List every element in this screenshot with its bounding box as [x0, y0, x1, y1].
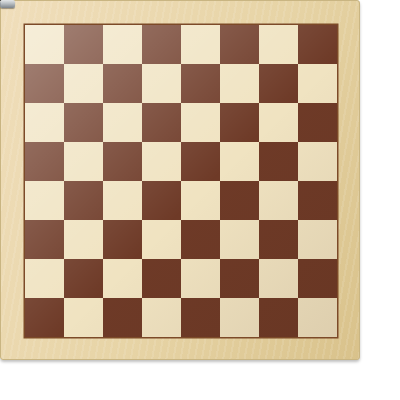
square-a3[interactable]	[298, 103, 337, 142]
square-d4[interactable]	[181, 142, 220, 181]
square-a5[interactable]	[298, 181, 337, 220]
square-c4[interactable]	[220, 142, 259, 181]
square-g2[interactable]	[64, 64, 103, 103]
square-e5[interactable]	[142, 181, 181, 220]
square-c6[interactable]	[220, 220, 259, 259]
square-a4[interactable]	[298, 142, 337, 181]
square-b3[interactable]	[259, 103, 298, 142]
square-f7[interactable]	[103, 259, 142, 298]
square-g4[interactable]	[64, 142, 103, 181]
square-f2[interactable]	[103, 64, 142, 103]
square-h6[interactable]	[25, 220, 64, 259]
square-a6[interactable]	[298, 220, 337, 259]
square-f5[interactable]	[103, 181, 142, 220]
square-e4[interactable]	[142, 142, 181, 181]
square-e2[interactable]	[142, 64, 181, 103]
square-g8[interactable]	[64, 298, 103, 337]
square-a2[interactable]	[298, 64, 337, 103]
chess-board	[0, 0, 360, 360]
square-d2[interactable]	[181, 64, 220, 103]
square-h7[interactable]	[25, 259, 64, 298]
square-c8[interactable]	[220, 298, 259, 337]
square-a7[interactable]	[298, 259, 337, 298]
square-d8[interactable]	[181, 298, 220, 337]
square-g6[interactable]	[64, 220, 103, 259]
square-b1[interactable]	[259, 25, 298, 64]
square-e3[interactable]	[142, 103, 181, 142]
square-g3[interactable]	[64, 103, 103, 142]
square-d3[interactable]	[181, 103, 220, 142]
square-e8[interactable]	[142, 298, 181, 337]
square-e6[interactable]	[142, 220, 181, 259]
square-h3[interactable]	[25, 103, 64, 142]
square-g5[interactable]	[64, 181, 103, 220]
square-b6[interactable]	[259, 220, 298, 259]
square-g1[interactable]	[64, 25, 103, 64]
square-e7[interactable]	[142, 259, 181, 298]
square-d7[interactable]	[181, 259, 220, 298]
playing-area	[25, 25, 337, 337]
square-d6[interactable]	[181, 220, 220, 259]
square-c3[interactable]	[220, 103, 259, 142]
square-g7[interactable]	[64, 259, 103, 298]
chess-set-photo-scene: Board rotated ~45 degrees (diamond) in p…	[0, 0, 400, 400]
square-h8[interactable]	[25, 298, 64, 337]
square-f8[interactable]	[103, 298, 142, 337]
square-c1[interactable]	[220, 25, 259, 64]
square-f6[interactable]	[103, 220, 142, 259]
square-b4[interactable]	[259, 142, 298, 181]
clasp-latch[interactable]	[0, 0, 15, 8]
square-b7[interactable]	[259, 259, 298, 298]
square-d1[interactable]	[181, 25, 220, 64]
square-a1[interactable]	[298, 25, 337, 64]
square-f3[interactable]	[103, 103, 142, 142]
square-h1[interactable]	[25, 25, 64, 64]
square-b8[interactable]	[259, 298, 298, 337]
square-h2[interactable]	[25, 64, 64, 103]
square-f1[interactable]	[103, 25, 142, 64]
square-b5[interactable]	[259, 181, 298, 220]
square-b2[interactable]	[259, 64, 298, 103]
square-f4[interactable]	[103, 142, 142, 181]
square-h5[interactable]	[25, 181, 64, 220]
square-c5[interactable]	[220, 181, 259, 220]
square-d5[interactable]	[181, 181, 220, 220]
square-h4[interactable]	[25, 142, 64, 181]
square-a8[interactable]	[298, 298, 337, 337]
square-c2[interactable]	[220, 64, 259, 103]
square-c7[interactable]	[220, 259, 259, 298]
square-e1[interactable]	[142, 25, 181, 64]
